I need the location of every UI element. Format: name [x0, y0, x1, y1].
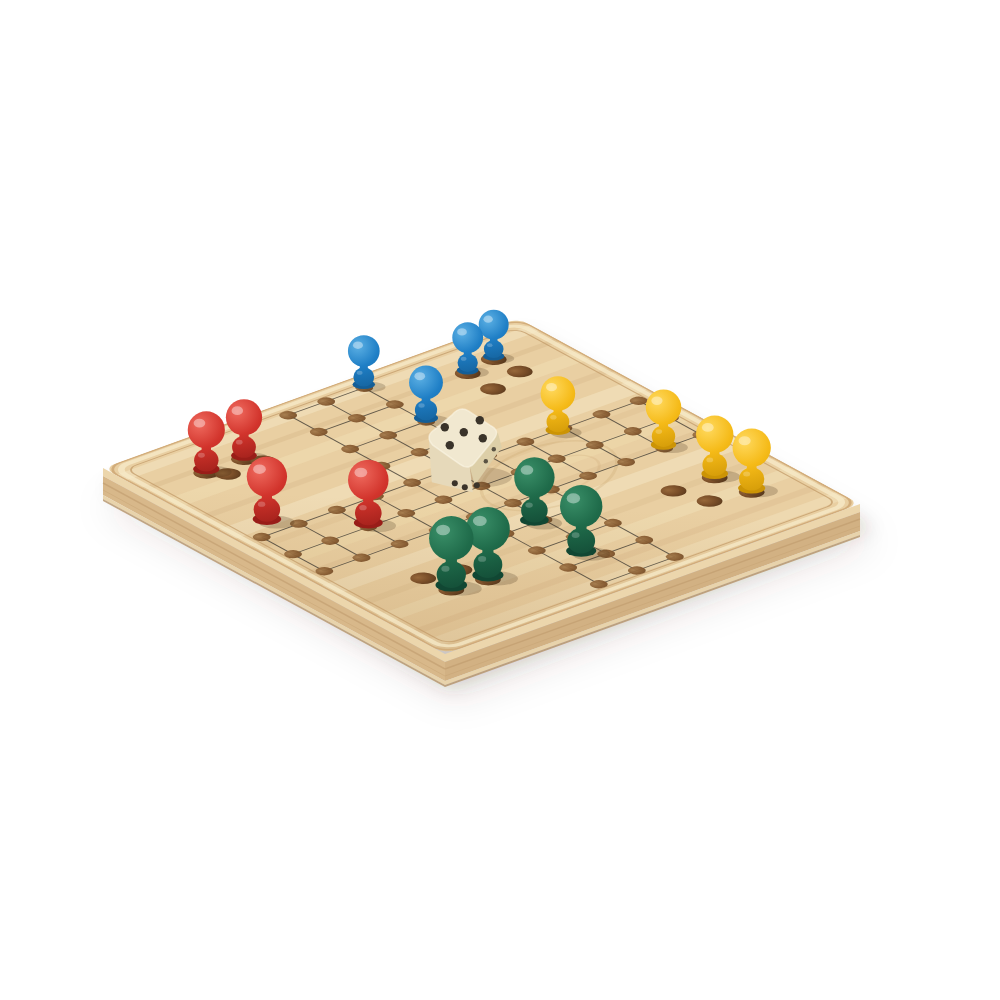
pawn-highlight	[354, 468, 367, 478]
pawn-highlight	[546, 383, 557, 391]
pawn-highlight	[457, 328, 467, 335]
pawn-highlight	[483, 316, 492, 323]
pawn-highlight	[194, 419, 206, 428]
pawn-yellow-4[interactable]	[733, 429, 778, 498]
pawn-highlight	[353, 341, 363, 349]
pawn-highlight	[567, 493, 580, 503]
pawn-blue-4[interactable]	[479, 310, 514, 364]
pawn-highlight	[739, 436, 751, 445]
pawn-blue-2[interactable]	[409, 365, 449, 426]
pawn-red-4[interactable]	[348, 460, 396, 533]
pawn-highlight	[253, 464, 266, 474]
pawn-highlight	[651, 396, 662, 404]
pawn-highlight	[521, 465, 534, 475]
pawn-highlight	[232, 406, 243, 415]
pawn-green-4[interactable]	[466, 507, 518, 585]
pieces-layer	[0, 0, 1000, 1000]
pawn-red-3[interactable]	[247, 456, 295, 528]
pawn-green-1[interactable]	[514, 457, 562, 529]
pawn-red-1[interactable]	[188, 411, 232, 477]
pawn-highlight	[436, 525, 450, 536]
pawn-yellow-1[interactable]	[541, 376, 582, 438]
pawn-red-2[interactable]	[226, 399, 269, 464]
pawn-highlight	[702, 423, 714, 432]
pawn-green-2[interactable]	[560, 485, 610, 561]
pawn-blue-1[interactable]	[348, 335, 386, 392]
pawn-highlight	[473, 516, 487, 526]
ludo-photo-scene	[0, 0, 1000, 1000]
pawn-highlight	[414, 372, 425, 380]
pawn-yellow-2[interactable]	[646, 389, 688, 453]
